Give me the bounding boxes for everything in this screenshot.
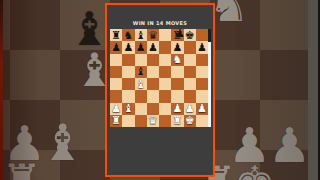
white-pawn: ♟ [171,103,183,115]
square-e1[interactable] [159,115,171,127]
black-pawn: ♟ [135,41,147,53]
square-e6[interactable] [159,54,171,66]
square-c4[interactable]: ♝ [135,78,147,90]
black-bishop: ♝ [135,29,147,41]
black-bishop: ♝ [135,66,147,78]
square-f6[interactable]: ♞ [171,54,183,66]
video-title: WIN IN 14 MOVES [107,21,213,26]
white-king: ♚ [184,115,196,127]
square-e8[interactable] [159,29,171,41]
background-right-gray-edge [308,0,320,180]
square-e2[interactable] [159,103,171,115]
black-queen: ♛ [147,29,159,41]
black-pawn: ♟ [171,41,183,53]
square-e5[interactable] [159,66,171,78]
square-a4[interactable] [110,78,122,90]
square-b5[interactable] [122,66,134,78]
square-a5[interactable] [110,66,122,78]
white-queen: ♛ [147,115,159,127]
square-d7[interactable]: ♟ [147,41,159,53]
square-b1[interactable] [122,115,134,127]
black-pawn: ♟ [196,41,208,53]
white-pawn: ♟ [110,103,122,115]
square-a3[interactable] [110,90,122,102]
square-e3[interactable] [159,90,171,102]
black-pawn: ♟ [122,41,134,53]
square-h5[interactable] [196,66,208,78]
square-c6[interactable] [135,54,147,66]
square-g7[interactable] [184,41,196,53]
white-knight: ♞ [171,54,183,66]
square-a6[interactable] [110,54,122,66]
square-b3[interactable] [122,90,134,102]
screenshot-canvas: ♝♝♟♝♜♞♟♟♜♚ WIN IN 14 MOVES ♜♞♝♛♜♚♟♟♟♟♟♟♞… [0,0,320,180]
square-b4[interactable] [122,78,134,90]
square-g6[interactable] [184,54,196,66]
square-f5[interactable] [171,66,183,78]
square-h6[interactable] [196,54,208,66]
square-c1[interactable] [135,115,147,127]
white-pawn: ♟ [196,103,208,115]
square-h4[interactable] [196,78,208,90]
black-knight: ♞ [122,29,134,41]
square-g1[interactable]: ♚ [184,115,196,127]
square-h7[interactable]: ♟ [196,41,208,53]
square-b7[interactable]: ♟ [122,41,134,53]
square-a1[interactable]: ♜ [110,115,122,127]
square-g2[interactable]: ♟ [184,103,196,115]
square-d8[interactable]: ♛ [147,29,159,41]
square-c5[interactable]: ♝ [135,66,147,78]
white-pawn: ♟ [184,103,196,115]
black-pawn: ♟ [147,41,159,53]
white-rook: ♜ [110,115,122,127]
white-rook: ♜ [171,115,183,127]
square-a2[interactable]: ♟ [110,103,122,115]
square-f3[interactable] [171,90,183,102]
square-d4[interactable] [147,78,159,90]
square-d6[interactable] [147,54,159,66]
square-c8[interactable]: ♝ [135,29,147,41]
square-g3[interactable] [184,90,196,102]
white-bishop: ♝ [135,78,147,90]
square-c7[interactable]: ♟ [135,41,147,53]
black-rook: ♜ [110,29,122,41]
eval-bar-black-portion [208,29,211,42]
square-d2[interactable] [147,103,159,115]
white-bishop: ♝ [122,103,134,115]
square-a8[interactable]: ♜ [110,29,122,41]
square-a7[interactable]: ♟ [110,41,122,53]
video-frame[interactable]: WIN IN 14 MOVES ♜♞♝♛♜♚♟♟♟♟♟♟♞♝♝♟♝♟♟♟♜♛♜♚… [105,3,215,177]
square-g4[interactable] [184,78,196,90]
background-left-red-edge [0,0,3,180]
square-e7[interactable] [159,41,171,53]
square-b6[interactable] [122,54,134,66]
square-h8[interactable] [196,29,208,41]
square-d1[interactable]: ♛ [147,115,159,127]
square-d3[interactable] [147,90,159,102]
square-f4[interactable] [171,78,183,90]
square-b2[interactable]: ♝ [122,103,134,115]
square-c3[interactable] [135,90,147,102]
square-f2[interactable]: ♟ [171,103,183,115]
square-c2[interactable] [135,103,147,115]
square-h1[interactable] [196,115,208,127]
square-g5[interactable] [184,66,196,78]
square-h2[interactable]: ♟ [196,103,208,115]
square-h3[interactable] [196,90,208,102]
square-d5[interactable] [147,66,159,78]
square-f1[interactable]: ♜ [171,115,183,127]
square-e4[interactable] [159,78,171,90]
black-pawn: ♟ [110,41,122,53]
black-pawn-capturing-f6: ♟ [174,28,186,40]
eval-bar [208,29,211,127]
square-f7[interactable]: ♟ [171,41,183,53]
chess-board[interactable]: ♜♞♝♛♜♚♟♟♟♟♟♟♞♝♝♟♝♟♟♟♜♛♜♚ [110,29,208,127]
square-b8[interactable]: ♞ [122,29,134,41]
